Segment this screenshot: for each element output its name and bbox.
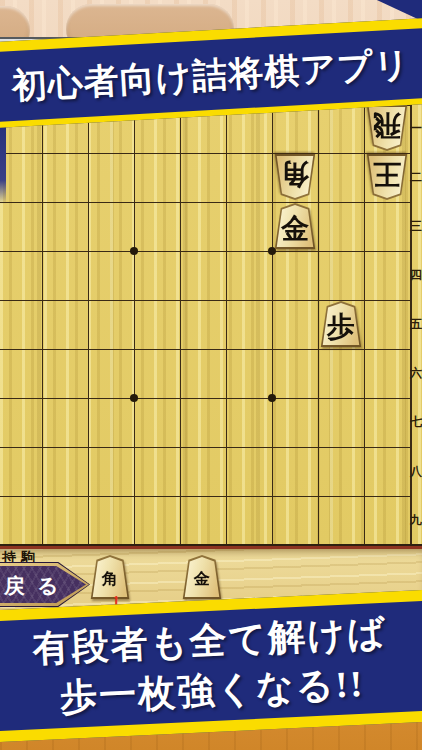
piece-kanji: 角 bbox=[102, 569, 118, 590]
rank-label-5: 五 bbox=[410, 317, 422, 331]
board-grid-line bbox=[0, 251, 412, 252]
board-grid-line bbox=[42, 104, 43, 545]
back-button[interactable]: 戻る bbox=[0, 562, 90, 607]
piece-gote-king-12[interactable]: 王 bbox=[366, 154, 408, 200]
piece-kanji: 金 bbox=[194, 569, 210, 590]
app-screenshot: 一二三四五六七八九飛王角金歩 持駒 戻る 角1金 有段者も全て解けば 歩一枚強く… bbox=[0, 0, 422, 750]
board-grid-line bbox=[0, 349, 412, 350]
board-grid-line bbox=[318, 104, 319, 545]
piece-sente-gold-33[interactable]: 金 bbox=[274, 203, 316, 249]
star-point bbox=[130, 394, 138, 402]
star-point bbox=[268, 394, 276, 402]
screen-edge-shadow bbox=[0, 124, 6, 204]
back-button-label: 戻る bbox=[4, 572, 71, 600]
rank-label-9: 九 bbox=[410, 513, 422, 527]
piece-gote-bishop-32[interactable]: 角 bbox=[274, 154, 316, 200]
rank-label-7: 七 bbox=[410, 415, 422, 429]
board-grid-line bbox=[0, 153, 412, 154]
piece-kanji: 金 bbox=[281, 210, 309, 248]
board-grid-line bbox=[134, 104, 135, 545]
board-grid-line bbox=[226, 104, 227, 545]
board-grid-line bbox=[0, 202, 412, 203]
rank-label-4: 四 bbox=[410, 268, 422, 282]
shogi-board[interactable]: 一二三四五六七八九飛王角金歩 bbox=[0, 104, 422, 545]
rank-label-3: 三 bbox=[410, 219, 422, 233]
hand-piece-bishop[interactable]: 角 bbox=[90, 555, 130, 599]
piece-kanji: 王 bbox=[373, 155, 401, 193]
piece-sente-pawn-25[interactable]: 歩 bbox=[320, 301, 362, 347]
rank-label-1: 一 bbox=[410, 121, 422, 135]
board-grid-line bbox=[364, 104, 365, 545]
top-banner-text: 初心者向け詰将棋アプリ bbox=[10, 40, 411, 109]
rank-label-2: 二 bbox=[410, 170, 422, 184]
piece-gote-rook-11[interactable]: 飛 bbox=[366, 105, 408, 151]
board-grid-line bbox=[0, 496, 412, 497]
rank-label-6: 六 bbox=[410, 366, 422, 380]
rank-label-8: 八 bbox=[410, 464, 422, 478]
piece-kanji: 飛 bbox=[373, 106, 401, 144]
board-grid-line bbox=[0, 398, 412, 399]
piece-kanji: 歩 bbox=[327, 308, 355, 346]
board-grid-line bbox=[272, 104, 273, 545]
board-grid-line bbox=[88, 104, 89, 545]
piece-kanji: 角 bbox=[281, 155, 309, 193]
board-grid-line bbox=[0, 447, 412, 448]
bottom-banner: 有段者も全て解けば 歩一枚強くなる!! bbox=[0, 589, 422, 743]
hand-piece-gold[interactable]: 金 bbox=[182, 555, 222, 599]
board-grid-line bbox=[180, 104, 181, 545]
star-point bbox=[130, 247, 138, 255]
